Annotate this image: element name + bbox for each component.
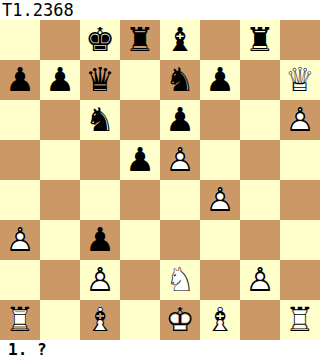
square-e5[interactable]: ♟♙ <box>160 140 200 180</box>
square-g3[interactable] <box>240 220 280 260</box>
square-e3[interactable] <box>160 220 200 260</box>
square-h5[interactable] <box>280 140 320 180</box>
square-f3[interactable] <box>200 220 240 260</box>
piece-black-bishop: ♝ <box>160 20 200 60</box>
square-a5[interactable] <box>0 140 40 180</box>
piece-white-pawn-outline: ♙ <box>280 100 320 140</box>
piece-white-pawn-outline: ♙ <box>0 220 40 260</box>
square-f2[interactable] <box>200 260 240 300</box>
square-a3[interactable]: ♟♙ <box>0 220 40 260</box>
square-g8[interactable]: ♜ <box>240 20 280 60</box>
square-f4[interactable]: ♟♙ <box>200 180 240 220</box>
square-d4[interactable] <box>120 180 160 220</box>
piece-white-rook-outline: ♖ <box>280 300 320 340</box>
square-g6[interactable] <box>240 100 280 140</box>
piece-black-queen: ♛ <box>80 60 120 100</box>
square-d6[interactable] <box>120 100 160 140</box>
square-b4[interactable] <box>40 180 80 220</box>
square-a7[interactable]: ♟ <box>0 60 40 100</box>
square-h1[interactable]: ♜♖ <box>280 300 320 340</box>
square-h7[interactable]: ♛♕ <box>280 60 320 100</box>
piece-black-pawn: ♟ <box>120 140 160 180</box>
square-c3[interactable]: ♟ <box>80 220 120 260</box>
square-g1[interactable] <box>240 300 280 340</box>
square-b3[interactable] <box>40 220 80 260</box>
square-f1[interactable]: ♝♗ <box>200 300 240 340</box>
square-d8[interactable]: ♜ <box>120 20 160 60</box>
puzzle-title: T1.2368 <box>0 0 320 20</box>
square-h3[interactable] <box>280 220 320 260</box>
square-a8[interactable] <box>0 20 40 60</box>
square-d3[interactable] <box>120 220 160 260</box>
piece-black-knight: ♞ <box>80 100 120 140</box>
piece-black-pawn: ♟ <box>0 60 40 100</box>
square-e6[interactable]: ♟ <box>160 100 200 140</box>
piece-black-pawn: ♟ <box>200 60 240 100</box>
square-a1[interactable]: ♜♖ <box>0 300 40 340</box>
square-b5[interactable] <box>40 140 80 180</box>
square-c5[interactable] <box>80 140 120 180</box>
square-c8[interactable]: ♚ <box>80 20 120 60</box>
square-a6[interactable] <box>0 100 40 140</box>
square-f7[interactable]: ♟ <box>200 60 240 100</box>
piece-white-pawn-outline: ♙ <box>240 260 280 300</box>
piece-white-pawn-outline: ♙ <box>160 140 200 180</box>
square-e1[interactable]: ♚♔ <box>160 300 200 340</box>
chess-app-window: T1.2368 ♚♜♝♜♟♟♛♞♟♛♕♞♟♟♙♟♟♙♟♙♟♙♟♟♙♞♘♟♙♜♖♝… <box>0 0 320 360</box>
square-f5[interactable] <box>200 140 240 180</box>
piece-black-pawn: ♟ <box>160 100 200 140</box>
square-e8[interactable]: ♝ <box>160 20 200 60</box>
piece-white-pawn-outline: ♙ <box>200 180 240 220</box>
square-c6[interactable]: ♞ <box>80 100 120 140</box>
square-e4[interactable] <box>160 180 200 220</box>
piece-white-queen-outline: ♕ <box>280 60 320 100</box>
square-g4[interactable] <box>240 180 280 220</box>
square-c1[interactable]: ♝♗ <box>80 300 120 340</box>
piece-white-bishop-outline: ♗ <box>80 300 120 340</box>
piece-black-pawn: ♟ <box>80 220 120 260</box>
square-c4[interactable] <box>80 180 120 220</box>
piece-black-rook: ♜ <box>120 20 160 60</box>
piece-black-knight: ♞ <box>160 60 200 100</box>
piece-black-rook: ♜ <box>240 20 280 60</box>
square-d5[interactable]: ♟ <box>120 140 160 180</box>
square-f6[interactable] <box>200 100 240 140</box>
square-h4[interactable] <box>280 180 320 220</box>
square-e2[interactable]: ♞♘ <box>160 260 200 300</box>
square-b6[interactable] <box>40 100 80 140</box>
chess-board: ♚♜♝♜♟♟♛♞♟♛♕♞♟♟♙♟♟♙♟♙♟♙♟♟♙♞♘♟♙♜♖♝♗♚♔♝♗♜♖ <box>0 20 320 340</box>
square-h2[interactable] <box>280 260 320 300</box>
square-e7[interactable]: ♞ <box>160 60 200 100</box>
square-c7[interactable]: ♛ <box>80 60 120 100</box>
square-b7[interactable]: ♟ <box>40 60 80 100</box>
square-g2[interactable]: ♟♙ <box>240 260 280 300</box>
square-a4[interactable] <box>0 180 40 220</box>
piece-white-pawn-outline: ♙ <box>80 260 120 300</box>
square-c2[interactable]: ♟♙ <box>80 260 120 300</box>
piece-black-king: ♚ <box>80 20 120 60</box>
square-g7[interactable] <box>240 60 280 100</box>
square-d7[interactable] <box>120 60 160 100</box>
square-b1[interactable] <box>40 300 80 340</box>
square-h8[interactable] <box>280 20 320 60</box>
square-b8[interactable] <box>40 20 80 60</box>
piece-white-bishop-outline: ♗ <box>200 300 240 340</box>
square-d1[interactable] <box>120 300 160 340</box>
square-f8[interactable] <box>200 20 240 60</box>
piece-white-rook-outline: ♖ <box>0 300 40 340</box>
square-g5[interactable] <box>240 140 280 180</box>
square-h6[interactable]: ♟♙ <box>280 100 320 140</box>
move-prompt: 1. ? <box>0 340 320 360</box>
piece-black-pawn: ♟ <box>40 60 80 100</box>
piece-white-king-outline: ♔ <box>160 300 200 340</box>
square-d2[interactable] <box>120 260 160 300</box>
square-b2[interactable] <box>40 260 80 300</box>
square-a2[interactable] <box>0 260 40 300</box>
piece-white-knight-outline: ♘ <box>160 260 200 300</box>
